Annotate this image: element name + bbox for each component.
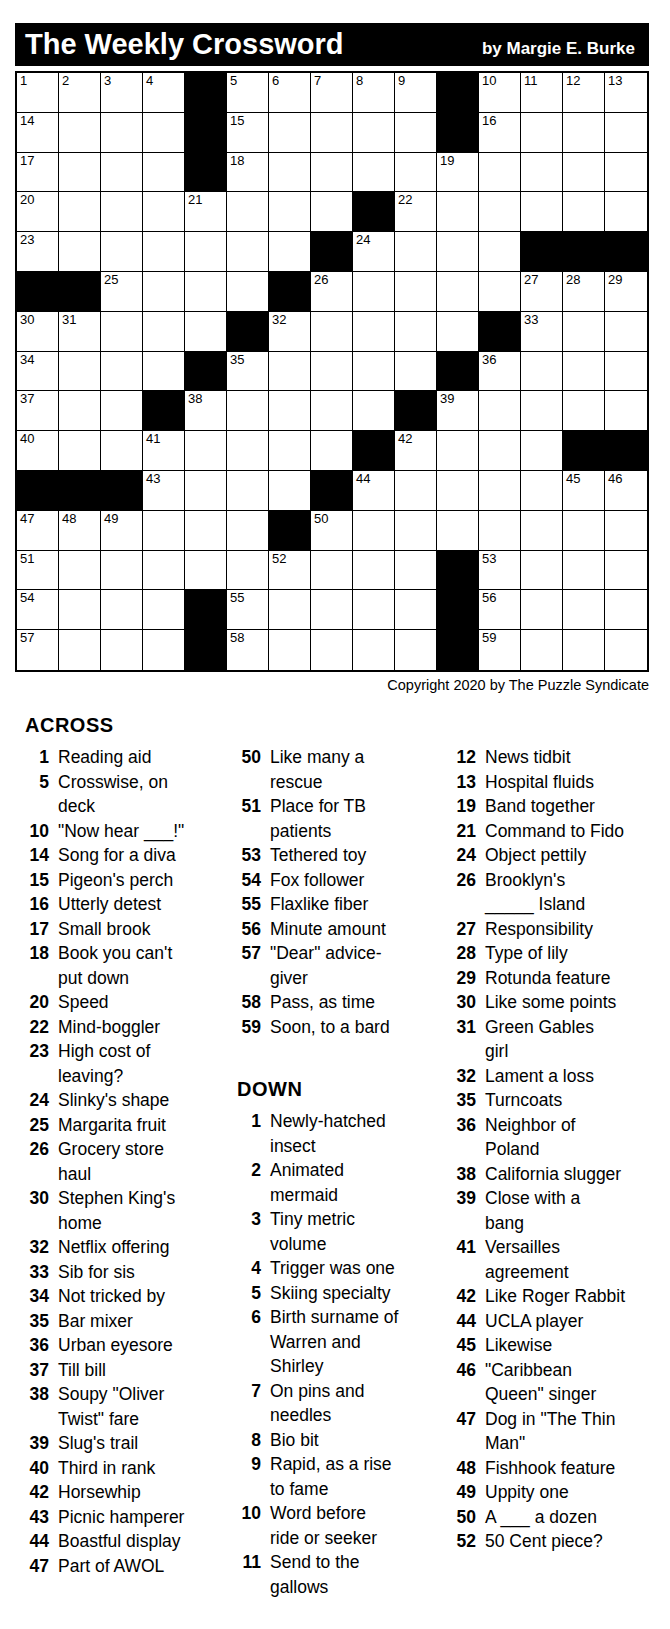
clue-item: 36Urban eyesore: [25, 1333, 227, 1358]
clue-item: 47Part of AWOL: [25, 1554, 227, 1579]
grid-cell[interactable]: 50: [311, 511, 353, 551]
grid-cell[interactable]: 56: [479, 590, 521, 630]
grid-cell[interactable]: [59, 232, 101, 272]
grid-cell[interactable]: 49: [101, 511, 143, 551]
grid-cell[interactable]: [437, 471, 479, 511]
grid-cell[interactable]: [605, 590, 647, 630]
clue-text: Soon, to a bard: [270, 1015, 390, 1040]
grid-cell[interactable]: [185, 272, 227, 312]
grid-cell[interactable]: [101, 590, 143, 630]
cell-number: 7: [314, 74, 321, 88]
grid-cell[interactable]: [311, 391, 353, 431]
clue-item: 17Small brook: [25, 917, 227, 942]
clue-text: Dog in "The Thin Man": [485, 1407, 615, 1456]
grid-cell[interactable]: 55: [227, 590, 269, 630]
clue-text: Not tricked by: [58, 1284, 165, 1309]
grid-cell: [437, 551, 479, 591]
grid-cell[interactable]: [59, 113, 101, 153]
crossword-grid: 1234567891011121314151617181920212223242…: [15, 71, 649, 672]
grid-cell: [437, 73, 479, 113]
grid-cell[interactable]: [311, 551, 353, 591]
grid-cell[interactable]: [311, 192, 353, 232]
grid-cell[interactable]: [59, 153, 101, 193]
cell-number: 1: [20, 74, 27, 88]
clue-number: 31: [452, 1015, 476, 1064]
cell-number: 23: [20, 233, 34, 247]
grid-cell[interactable]: [311, 431, 353, 471]
clue-item: 55Flaxlike fiber: [237, 892, 444, 917]
grid-cell[interactable]: 58: [227, 630, 269, 670]
clue-column-2: 50Like many a rescue51Place for TB patie…: [237, 713, 444, 1599]
grid-cell[interactable]: [353, 511, 395, 551]
grid-cell[interactable]: 21: [185, 192, 227, 232]
clue-number: 30: [452, 990, 476, 1015]
grid-cell[interactable]: [311, 590, 353, 630]
grid-cell[interactable]: [395, 590, 437, 630]
clue-item: 35Bar mixer: [25, 1309, 227, 1334]
clue-text: Boastful display: [58, 1529, 181, 1554]
grid-cell[interactable]: 33: [521, 312, 563, 352]
clue-text: "Now hear ___!": [58, 819, 184, 844]
grid-cell[interactable]: [269, 113, 311, 153]
grid-cell: [605, 431, 647, 471]
grid-cell[interactable]: 17: [17, 153, 59, 193]
grid-cell[interactable]: [479, 272, 521, 312]
grid-cell[interactable]: [605, 192, 647, 232]
grid-cell[interactable]: [143, 312, 185, 352]
clue-number: 8: [237, 1428, 261, 1453]
clue-text: California slugger: [485, 1162, 621, 1187]
grid-cell[interactable]: [59, 352, 101, 392]
grid-cell[interactable]: [479, 431, 521, 471]
grid-cell[interactable]: [605, 153, 647, 193]
grid-cell[interactable]: [521, 192, 563, 232]
grid-cell[interactable]: [395, 272, 437, 312]
clue-text: Lament a loss: [485, 1064, 594, 1089]
clue-number: 38: [452, 1162, 476, 1187]
grid-cell[interactable]: [269, 232, 311, 272]
cell-number: 50: [314, 512, 328, 526]
clue-number: 24: [452, 843, 476, 868]
grid-cell[interactable]: [101, 551, 143, 591]
clue-number: 39: [25, 1431, 49, 1456]
grid-cell[interactable]: 30: [17, 312, 59, 352]
grid-cell[interactable]: [605, 630, 647, 670]
grid-cell[interactable]: 22: [395, 192, 437, 232]
grid-cell[interactable]: 35: [227, 352, 269, 392]
grid-cell[interactable]: [479, 232, 521, 272]
cell-number: 24: [356, 233, 370, 247]
clue-text: High cost of leaving?: [58, 1039, 150, 1088]
clue-number: 27: [452, 917, 476, 942]
grid-cell[interactable]: [143, 192, 185, 232]
clue-item: 6Birth surname of Warren and Shirley: [237, 1305, 444, 1379]
grid-cell[interactable]: [269, 192, 311, 232]
cell-number: 54: [20, 591, 34, 605]
grid-cell[interactable]: [353, 312, 395, 352]
grid-cell[interactable]: [353, 590, 395, 630]
grid-cell[interactable]: [185, 471, 227, 511]
grid-cell[interactable]: 18: [227, 153, 269, 193]
cell-number: 40: [20, 432, 34, 446]
grid-cell[interactable]: [101, 630, 143, 670]
grid-cell[interactable]: 41: [143, 431, 185, 471]
clue-item: 36Neighbor of Poland: [452, 1113, 666, 1162]
clue-text: Sib for sis: [58, 1260, 135, 1285]
grid-cell: [185, 630, 227, 670]
grid-cell[interactable]: [605, 352, 647, 392]
cell-number: 19: [440, 154, 454, 168]
clue-text: Minute amount: [270, 917, 386, 942]
grid-cell[interactable]: [101, 113, 143, 153]
grid-cell[interactable]: [395, 511, 437, 551]
grid-cell[interactable]: [521, 511, 563, 551]
grid-cell[interactable]: [479, 471, 521, 511]
grid-cell[interactable]: 39: [437, 391, 479, 431]
grid-cell[interactable]: [227, 272, 269, 312]
grid-cell[interactable]: 42: [395, 431, 437, 471]
grid-cell[interactable]: 37: [17, 391, 59, 431]
grid-cell[interactable]: [227, 511, 269, 551]
clue-text: Fishhook feature: [485, 1456, 615, 1481]
clue-number: 51: [237, 794, 261, 843]
clue-item: 2Animated mermaid: [237, 1158, 444, 1207]
grid-cell[interactable]: 52: [269, 551, 311, 591]
clue-number: 22: [25, 1015, 49, 1040]
grid-cell[interactable]: 43: [143, 471, 185, 511]
grid-cell[interactable]: [605, 391, 647, 431]
grid-cell[interactable]: [521, 431, 563, 471]
grid-cell[interactable]: 38: [185, 391, 227, 431]
grid-cell[interactable]: [59, 590, 101, 630]
clue-number: 5: [237, 1281, 261, 1306]
grid-cell[interactable]: 16: [479, 113, 521, 153]
cell-number: 22: [398, 193, 412, 207]
clue-number: 2: [237, 1158, 261, 1207]
grid-cell[interactable]: 15: [227, 113, 269, 153]
grid-cell[interactable]: [521, 391, 563, 431]
grid-cell[interactable]: [563, 551, 605, 591]
grid-cell[interactable]: [437, 312, 479, 352]
grid-cell[interactable]: [269, 352, 311, 392]
grid-cell[interactable]: [395, 153, 437, 193]
clue-text: "Caribbean Queen" singer: [485, 1358, 596, 1407]
grid-cell[interactable]: [521, 352, 563, 392]
grid-cell[interactable]: 13: [605, 73, 647, 113]
clue-text: Horsewhip: [58, 1480, 141, 1505]
grid-cell[interactable]: [437, 272, 479, 312]
grid-cell[interactable]: [311, 352, 353, 392]
grid-cell: [227, 312, 269, 352]
grid-cell[interactable]: 3: [101, 73, 143, 113]
grid-cell[interactable]: [605, 551, 647, 591]
clue-number: 35: [452, 1088, 476, 1113]
grid-cell[interactable]: [563, 153, 605, 193]
cell-number: 18: [230, 154, 244, 168]
cell-number: 6: [272, 74, 279, 88]
clue-item: 50A ___ a dozen: [452, 1505, 666, 1530]
grid-cell[interactable]: [521, 630, 563, 670]
grid-cell[interactable]: [395, 113, 437, 153]
clue-number: 17: [25, 917, 49, 942]
grid-cell[interactable]: 53: [479, 551, 521, 591]
clue-text: Bio bit: [270, 1428, 319, 1453]
grid-cell[interactable]: [479, 153, 521, 193]
cell-number: 15: [230, 114, 244, 128]
clue-item: 56Minute amount: [237, 917, 444, 942]
grid-cell[interactable]: [269, 630, 311, 670]
clue-number: 42: [452, 1284, 476, 1309]
grid-cell[interactable]: [185, 312, 227, 352]
grid-cell[interactable]: 45: [563, 471, 605, 511]
grid-cell[interactable]: [563, 352, 605, 392]
grid-cell[interactable]: [479, 391, 521, 431]
clue-text: Pass, as time: [270, 990, 375, 1015]
grid-cell[interactable]: 57: [17, 630, 59, 670]
grid-cell[interactable]: 27: [521, 272, 563, 312]
grid-cell: [311, 471, 353, 511]
grid-cell[interactable]: [143, 153, 185, 193]
grid-cell[interactable]: 4: [143, 73, 185, 113]
grid-cell[interactable]: 48: [59, 511, 101, 551]
grid-cell[interactable]: [311, 153, 353, 193]
grid-cell[interactable]: [395, 551, 437, 591]
grid-cell[interactable]: 26: [311, 272, 353, 312]
grid-cell[interactable]: 47: [17, 511, 59, 551]
grid-cell: [185, 590, 227, 630]
clue-item: 42Horsewhip: [25, 1480, 227, 1505]
grid-cell[interactable]: 34: [17, 352, 59, 392]
cell-number: 20: [20, 193, 34, 207]
grid-cell[interactable]: [521, 551, 563, 591]
clue-item: 32Lament a loss: [452, 1064, 666, 1089]
clue-text: Send to the gallows: [270, 1550, 360, 1599]
cell-number: 56: [482, 591, 496, 605]
grid-cell[interactable]: [143, 630, 185, 670]
grid-cell[interactable]: [185, 431, 227, 471]
grid-cell[interactable]: [101, 153, 143, 193]
clue-item: 46"Caribbean Queen" singer: [452, 1358, 666, 1407]
clue-item: 26Brooklyn's _____ Island: [452, 868, 666, 917]
grid-cell[interactable]: [437, 232, 479, 272]
grid-cell[interactable]: [269, 391, 311, 431]
grid-cell[interactable]: [563, 312, 605, 352]
grid-cell: [479, 312, 521, 352]
cell-number: 45: [566, 472, 580, 486]
grid-cell[interactable]: [395, 232, 437, 272]
grid-cell[interactable]: 44: [353, 471, 395, 511]
clue-number: 5: [25, 770, 49, 819]
grid-cell[interactable]: [311, 312, 353, 352]
grid-cell[interactable]: 1: [17, 73, 59, 113]
clue-number: 30: [25, 1186, 49, 1235]
grid-cell[interactable]: [185, 551, 227, 591]
grid-cell[interactable]: 40: [17, 431, 59, 471]
grid-cell[interactable]: 24: [353, 232, 395, 272]
grid-cell[interactable]: [227, 551, 269, 591]
grid-cell[interactable]: [269, 590, 311, 630]
grid-cell[interactable]: 2: [59, 73, 101, 113]
grid-cell[interactable]: 31: [59, 312, 101, 352]
grid-cell[interactable]: [59, 551, 101, 591]
clue-item: 58Pass, as time: [237, 990, 444, 1015]
grid-cell[interactable]: [101, 192, 143, 232]
grid-cell[interactable]: [563, 113, 605, 153]
clue-text: Green Gables girl: [485, 1015, 594, 1064]
grid-cell[interactable]: 28: [563, 272, 605, 312]
grid-cell[interactable]: 20: [17, 192, 59, 232]
grid-cell[interactable]: 9: [395, 73, 437, 113]
grid-cell[interactable]: [143, 272, 185, 312]
grid-cell[interactable]: [395, 352, 437, 392]
clue-item: 1Newly-hatched insect: [237, 1109, 444, 1158]
grid-cell[interactable]: [479, 192, 521, 232]
grid-cell[interactable]: [143, 511, 185, 551]
clue-text: Tiny metric volume: [270, 1207, 355, 1256]
grid-cell[interactable]: 19: [437, 153, 479, 193]
grid-cell[interactable]: [437, 431, 479, 471]
grid-cell[interactable]: [437, 192, 479, 232]
grid-cell[interactable]: 8: [353, 73, 395, 113]
clue-text: Pigeon's perch: [58, 868, 173, 893]
grid-cell[interactable]: [311, 630, 353, 670]
grid-cell[interactable]: [353, 153, 395, 193]
clue-item: 48Fishhook feature: [452, 1456, 666, 1481]
grid-cell[interactable]: [101, 232, 143, 272]
grid-cell[interactable]: [269, 153, 311, 193]
grid-cell[interactable]: [227, 232, 269, 272]
grid-cell[interactable]: [227, 391, 269, 431]
grid-cell[interactable]: [101, 431, 143, 471]
clue-item: 29Rotunda feature: [452, 966, 666, 991]
clue-column-1: ACROSS 1Reading aid5Crosswise, on deck10…: [25, 713, 227, 1578]
grid-cell[interactable]: [521, 113, 563, 153]
grid-cell[interactable]: [143, 113, 185, 153]
clue-number: 52: [452, 1529, 476, 1554]
clue-text: Object pettily: [485, 843, 586, 868]
grid-cell[interactable]: [185, 232, 227, 272]
grid-cell[interactable]: [395, 630, 437, 670]
clue-item: 25Margarita fruit: [25, 1113, 227, 1138]
grid-cell[interactable]: [563, 391, 605, 431]
grid-cell[interactable]: [269, 431, 311, 471]
grid-cell[interactable]: 6: [269, 73, 311, 113]
clue-number: 36: [25, 1333, 49, 1358]
grid-cell[interactable]: [353, 391, 395, 431]
clue-number: 1: [25, 745, 49, 770]
grid-cell[interactable]: [143, 590, 185, 630]
clue-item: 5250 Cent piece?: [452, 1529, 666, 1554]
grid-cell: [563, 431, 605, 471]
grid-cell[interactable]: 29: [605, 272, 647, 312]
cell-number: 39: [440, 392, 454, 406]
grid-cell[interactable]: [101, 352, 143, 392]
clue-number: 42: [25, 1480, 49, 1505]
cell-number: 42: [398, 432, 412, 446]
clue-number: 3: [237, 1207, 261, 1256]
grid-cell[interactable]: [605, 511, 647, 551]
grid-cell[interactable]: [227, 431, 269, 471]
grid-cell[interactable]: [143, 551, 185, 591]
grid-cell[interactable]: [563, 590, 605, 630]
grid-cell[interactable]: [269, 471, 311, 511]
clue-number: 37: [25, 1358, 49, 1383]
clue-text: "Dear" advice- giver: [270, 941, 382, 990]
cell-number: 9: [398, 74, 405, 88]
grid-cell[interactable]: [143, 232, 185, 272]
grid-cell[interactable]: [563, 511, 605, 551]
grid-cell: [101, 471, 143, 511]
grid-cell[interactable]: [479, 511, 521, 551]
grid-cell[interactable]: 7: [311, 73, 353, 113]
grid-cell[interactable]: 10: [479, 73, 521, 113]
grid-cell[interactable]: [521, 471, 563, 511]
grid-cell[interactable]: [605, 312, 647, 352]
grid-cell[interactable]: 36: [479, 352, 521, 392]
clue-item: 5Crosswise, on deck: [25, 770, 227, 819]
grid-cell[interactable]: [353, 113, 395, 153]
grid-cell[interactable]: [395, 312, 437, 352]
grid-cell[interactable]: 14: [17, 113, 59, 153]
clue-text: News tidbit: [485, 745, 571, 770]
grid-cell[interactable]: [59, 431, 101, 471]
grid-cell[interactable]: 46: [605, 471, 647, 511]
grid-cell: [353, 192, 395, 232]
grid-cell[interactable]: 25: [101, 272, 143, 312]
grid-cell[interactable]: [227, 471, 269, 511]
grid-cell[interactable]: [101, 391, 143, 431]
clue-item: 44Boastful display: [25, 1529, 227, 1554]
grid-cell[interactable]: [521, 590, 563, 630]
clue-item: 51Place for TB patients: [237, 794, 444, 843]
grid-cell[interactable]: [143, 352, 185, 392]
grid-cell[interactable]: [353, 272, 395, 312]
clue-item: 54Fox follower: [237, 868, 444, 893]
grid-cell[interactable]: [59, 192, 101, 232]
grid-cell[interactable]: [185, 511, 227, 551]
grid-cell[interactable]: 54: [17, 590, 59, 630]
grid-cell[interactable]: [101, 312, 143, 352]
grid-cell[interactable]: 12: [563, 73, 605, 113]
grid-cell[interactable]: 32: [269, 312, 311, 352]
grid-cell[interactable]: [437, 511, 479, 551]
grid-cell[interactable]: [521, 153, 563, 193]
grid-cell[interactable]: [311, 113, 353, 153]
grid-cell[interactable]: 11: [521, 73, 563, 113]
clue-number: 56: [237, 917, 261, 942]
clue-number: 29: [452, 966, 476, 991]
grid-cell[interactable]: [605, 113, 647, 153]
grid-cell[interactable]: 51: [17, 551, 59, 591]
down-header: DOWN: [237, 1077, 444, 1101]
grid-cell[interactable]: 23: [17, 232, 59, 272]
grid-cell[interactable]: [59, 630, 101, 670]
grid-cell[interactable]: [353, 551, 395, 591]
grid-cell[interactable]: 5: [227, 73, 269, 113]
grid-cell[interactable]: [563, 630, 605, 670]
grid-cell[interactable]: [59, 391, 101, 431]
clue-text: Bar mixer: [58, 1309, 133, 1334]
grid-cell[interactable]: 59: [479, 630, 521, 670]
clue-text: Small brook: [58, 917, 150, 942]
grid-cell[interactable]: [563, 192, 605, 232]
grid-cell: [437, 352, 479, 392]
grid-cell[interactable]: [227, 192, 269, 232]
clue-text: Likewise: [485, 1333, 552, 1358]
grid-cell[interactable]: [395, 471, 437, 511]
grid-cell[interactable]: [353, 352, 395, 392]
grid-cell[interactable]: [353, 630, 395, 670]
